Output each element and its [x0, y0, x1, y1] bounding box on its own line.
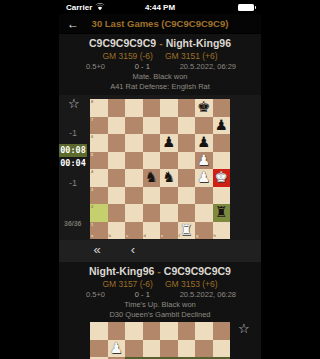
square-c6[interactable]: [125, 134, 143, 152]
square-f2[interactable]: [178, 204, 196, 222]
game2-time-control: 0.5+0: [86, 290, 105, 300]
square-c3[interactable]: [125, 187, 143, 205]
game1-white-name: C9C9C9C9C9: [89, 37, 156, 49]
app-screen: Carrier 4:44 PM ← 30 Last Games (C9C9C9C…: [59, 0, 261, 359]
square-g3[interactable]: [195, 187, 213, 205]
square-a7[interactable]: 7: [90, 117, 108, 135]
square-b3[interactable]: [108, 187, 126, 205]
favorite-star-icon[interactable]: ☆: [238, 322, 250, 336]
game1-white-rating: GM 3159 (-6): [102, 51, 153, 61]
status-bar: Carrier 4:44 PM: [59, 0, 261, 14]
game1-date: 20.5.2022, 06:29: [180, 62, 236, 72]
square-e8[interactable]: [160, 322, 178, 340]
square-c8[interactable]: [125, 99, 143, 117]
game1-time-control: 0.5+0: [86, 62, 105, 72]
game2-meta-row: 0.5+0 0 - 1 20.5.2022, 06:28: [59, 290, 261, 300]
square-b8[interactable]: [108, 322, 126, 340]
square-h7[interactable]: [213, 340, 231, 358]
game2-opening: D30 Queen's Gambit Declined: [59, 310, 261, 320]
square-c2[interactable]: [125, 204, 143, 222]
square-f1[interactable]: f♜: [178, 222, 196, 240]
game1-ratings: GM 3159 (-6)GM 3151 (+6): [59, 51, 261, 61]
square-a6[interactable]: 6: [90, 134, 108, 152]
file-label: b: [109, 234, 111, 238]
rank-label: 7: [91, 118, 93, 122]
file-label: g: [196, 234, 198, 238]
square-d7[interactable]: [143, 117, 161, 135]
square-b4[interactable]: [108, 169, 126, 187]
game1-opening: A41 Rat Defense: English Rat: [59, 82, 261, 92]
game1-info[interactable]: C9C9C9C9C9-Night-King96 GM 3159 (-6)GM 3…: [59, 37, 261, 91]
wifi-icon: [95, 3, 105, 11]
game2-players: Night-King96-C9C9C9C9C9: [59, 265, 261, 278]
square-g8[interactable]: [195, 322, 213, 340]
square-a5[interactable]: 5: [90, 152, 108, 170]
square-a2[interactable]: 2: [90, 204, 108, 222]
square-c4[interactable]: [125, 169, 143, 187]
game1-players: C9C9C9C9C9-Night-King96: [59, 37, 261, 50]
square-a7[interactable]: [90, 340, 108, 358]
file-label: f: [179, 234, 180, 238]
square-a8[interactable]: 8: [90, 99, 108, 117]
black-pawn: ♟: [195, 134, 213, 152]
square-f4[interactable]: [178, 169, 196, 187]
square-a3[interactable]: 3: [90, 187, 108, 205]
square-d2[interactable]: [143, 204, 161, 222]
rank-label: 1: [91, 223, 93, 227]
players-separator: -: [156, 37, 166, 49]
square-h8[interactable]: [213, 99, 231, 117]
square-g4[interactable]: ♟: [195, 169, 213, 187]
game1-white-score: -1: [69, 178, 77, 188]
game1-black-rating: GM 3151 (+6): [165, 51, 218, 61]
fast-rewind-button[interactable]: «: [88, 240, 106, 262]
square-e7[interactable]: [160, 117, 178, 135]
game2-info[interactable]: Night-King96-C9C9C9C9C9 GM 3157 (-6)GM 3…: [59, 265, 261, 319]
square-e3[interactable]: [160, 187, 178, 205]
square-b7[interactable]: [108, 117, 126, 135]
square-d3[interactable]: [143, 187, 161, 205]
square-e2[interactable]: [160, 204, 178, 222]
game1-result: 0 - 1: [135, 62, 150, 72]
rank-label: 8: [91, 100, 93, 104]
square-c1[interactable]: c: [125, 222, 143, 240]
game1-chessboard[interactable]: 8♚7♟6♟♟5♟4♞♞♟♚32♜1abcdef♜gh: [90, 99, 230, 239]
file-label: c: [126, 234, 128, 238]
square-b6[interactable]: [108, 134, 126, 152]
square-g1[interactable]: g: [195, 222, 213, 240]
square-d4[interactable]: ♞: [143, 169, 161, 187]
square-g8[interactable]: ♚: [195, 99, 213, 117]
game2-termination: Time's Up. Black won: [59, 300, 261, 310]
square-g5[interactable]: ♟: [195, 152, 213, 170]
square-h8[interactable]: [213, 322, 231, 340]
square-d5[interactable]: [143, 152, 161, 170]
square-d8[interactable]: [143, 322, 161, 340]
white-pawn: ♟: [195, 152, 213, 170]
square-h1[interactable]: h: [213, 222, 231, 240]
square-d7[interactable]: [143, 340, 161, 358]
square-e8[interactable]: [160, 99, 178, 117]
rank-label: 5: [91, 153, 93, 157]
back-button[interactable]: ←: [67, 16, 79, 32]
favorite-star-icon[interactable]: ☆: [68, 97, 80, 111]
game1-white-clock: 00:04: [59, 157, 87, 170]
black-king: ♚: [195, 99, 213, 117]
rank-label: 2: [91, 205, 93, 209]
square-b5[interactable]: [108, 152, 126, 170]
square-e7[interactable]: [160, 340, 178, 358]
square-b1[interactable]: b: [108, 222, 126, 240]
square-b7[interactable]: ♟: [108, 340, 126, 358]
game2-chessboard[interactable]: ♟: [90, 322, 230, 359]
rank-label: 4: [91, 170, 93, 174]
square-h7[interactable]: ♟: [213, 117, 231, 135]
square-f5[interactable]: [178, 152, 196, 170]
square-f8[interactable]: [178, 99, 196, 117]
square-d8[interactable]: [143, 99, 161, 117]
square-a1[interactable]: 1a: [90, 222, 108, 240]
game2-white-name: Night-King96: [89, 265, 154, 277]
game2-date: 20.5.2022, 06:28: [180, 290, 236, 300]
square-e4[interactable]: ♞: [160, 169, 178, 187]
square-f6[interactable]: [178, 134, 196, 152]
square-d6[interactable]: [143, 134, 161, 152]
square-c7[interactable]: [125, 117, 143, 135]
square-c8[interactable]: [125, 322, 143, 340]
square-a8[interactable]: [90, 322, 108, 340]
black-pawn: ♟: [160, 134, 178, 152]
square-h3[interactable]: [213, 187, 231, 205]
page-title: 30 Last Games (C9C9C9C9C9): [92, 18, 229, 29]
square-b8[interactable]: [108, 99, 126, 117]
game1-meta-row: 0.5+0 0 - 1 20.5.2022, 06:29: [59, 62, 261, 72]
game1-black-score: -1: [69, 128, 77, 138]
square-d1[interactable]: d: [143, 222, 161, 240]
square-g6[interactable]: ♟: [195, 134, 213, 152]
black-rook: ♜: [213, 204, 231, 222]
square-g2[interactable]: [195, 204, 213, 222]
game2-result: 0 - 1: [135, 290, 150, 300]
square-f3[interactable]: [178, 187, 196, 205]
white-rook: ♜: [178, 222, 196, 240]
rank-label: 6: [91, 135, 93, 139]
file-label: e: [161, 234, 163, 238]
battery-icon: [238, 4, 254, 11]
game2-black-rating: GM 3153 (+6): [165, 279, 218, 289]
move-nav-bar: « ‹: [59, 240, 261, 262]
square-f8[interactable]: [178, 322, 196, 340]
square-h6[interactable]: [213, 134, 231, 152]
square-h4[interactable]: ♚: [213, 169, 231, 187]
game1-move-counter: 36/36: [64, 220, 82, 227]
players-separator: -: [154, 265, 164, 277]
white-pawn: ♟: [195, 169, 213, 187]
game2-ratings: GM 3157 (-6)GM 3153 (+6): [59, 279, 261, 289]
game1-board-panel: ☆ -1 00:08 00:04 -1 36/36 8♚7♟6♟♟5♟4♞♞♟♚…: [59, 95, 261, 240]
carrier-label: Carrier: [66, 3, 92, 12]
square-e5[interactable]: [160, 152, 178, 170]
file-label: h: [214, 234, 216, 238]
black-pawn: ♟: [213, 117, 231, 135]
rank-label: 3: [91, 188, 93, 192]
white-pawn: ♟: [108, 340, 126, 358]
square-f7[interactable]: [178, 117, 196, 135]
white-king: ♚: [213, 169, 231, 187]
square-c7[interactable]: [125, 340, 143, 358]
black-knight: ♞: [143, 169, 161, 187]
square-g7[interactable]: [195, 340, 213, 358]
square-e6[interactable]: ♟: [160, 134, 178, 152]
square-b2[interactable]: [108, 204, 126, 222]
game1-termination: Mate. Black won: [59, 72, 261, 82]
square-g7[interactable]: [195, 117, 213, 135]
square-h5[interactable]: [213, 152, 231, 170]
square-a4[interactable]: 4: [90, 169, 108, 187]
game1-black-clock: 00:08: [59, 144, 87, 157]
header-bar: ← 30 Last Games (C9C9C9C9C9): [59, 14, 261, 34]
game2-black-name: C9C9C9C9C9: [164, 265, 231, 277]
game2-white-rating: GM 3157 (-6): [102, 279, 153, 289]
square-c5[interactable]: [125, 152, 143, 170]
game1-black-name: Night-King96: [166, 37, 231, 49]
step-back-button[interactable]: ‹: [124, 240, 142, 262]
clock-time: 4:44 PM: [126, 3, 194, 12]
file-label: a: [91, 234, 93, 238]
game2-board-wrap: ♟: [90, 322, 230, 359]
square-f7[interactable]: [178, 340, 196, 358]
square-h2[interactable]: ♜: [213, 204, 231, 222]
square-e1[interactable]: e: [160, 222, 178, 240]
file-label: d: [144, 234, 146, 238]
black-knight: ♞: [160, 169, 178, 187]
